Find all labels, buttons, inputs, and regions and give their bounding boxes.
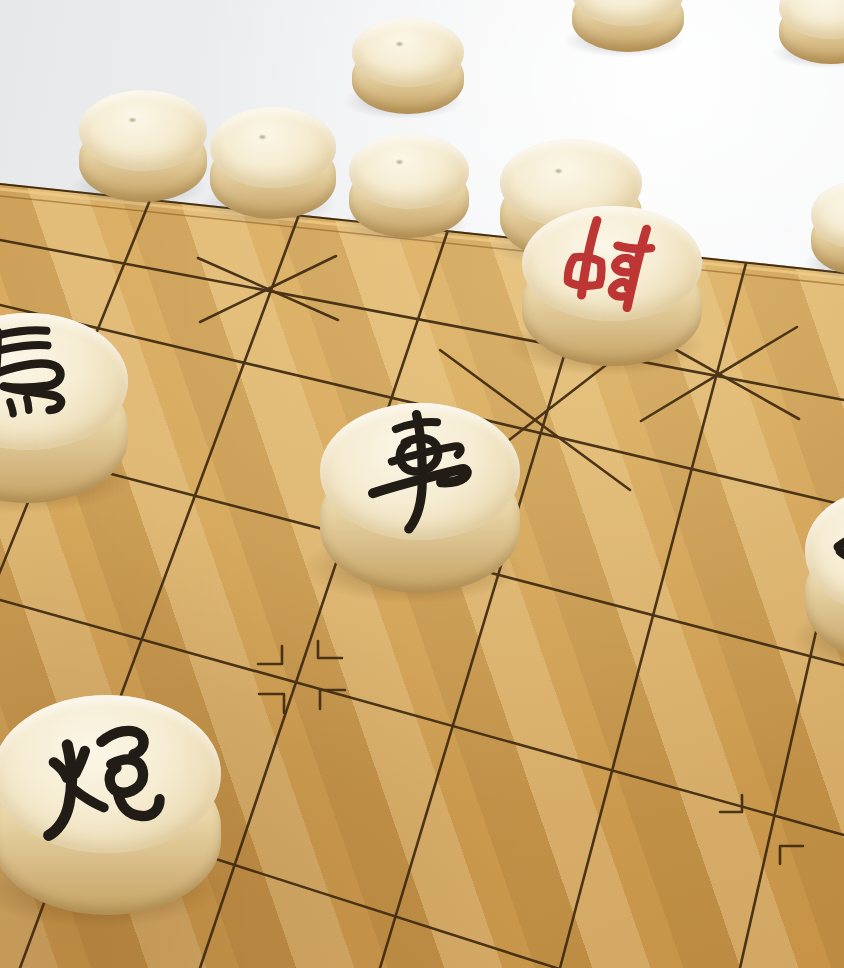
palace-diagonals-far — [198, 256, 338, 322]
blank-piece[interactable] — [349, 134, 469, 238]
blank-piece[interactable] — [811, 182, 844, 274]
piece-black-horse[interactable] — [0, 313, 128, 503]
piece-black-unknown[interactable] — [805, 490, 844, 660]
position-marker — [720, 795, 803, 864]
piece-black-cannon[interactable] — [0, 695, 221, 915]
piece-black-chariot[interactable] — [320, 403, 520, 593]
photo-canvas — [0, 0, 844, 968]
blank-piece[interactable] — [779, 0, 844, 64]
blank-piece[interactable] — [210, 107, 336, 219]
blank-piece[interactable] — [572, 0, 684, 52]
piece-red-general[interactable] — [522, 206, 702, 366]
position-marker — [258, 641, 345, 713]
blank-piece[interactable] — [79, 90, 207, 202]
blank-piece[interactable] — [352, 18, 464, 114]
